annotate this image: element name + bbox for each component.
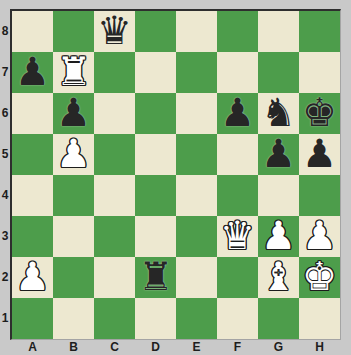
square-g1[interactable]: [258, 298, 299, 339]
rank-label-8: 8: [0, 11, 10, 52]
square-f6[interactable]: ♟: [217, 93, 258, 134]
square-h8[interactable]: [299, 11, 340, 52]
square-d5[interactable]: [135, 134, 176, 175]
square-f5[interactable]: [217, 134, 258, 175]
square-f1[interactable]: [217, 298, 258, 339]
square-d1[interactable]: [135, 298, 176, 339]
square-a8[interactable]: [12, 11, 53, 52]
square-e3[interactable]: [176, 216, 217, 257]
white-pawn[interactable]: ♟: [56, 134, 91, 174]
square-f8[interactable]: [217, 11, 258, 52]
white-queen[interactable]: ♛: [220, 216, 255, 256]
file-labels: ABCDEFGH: [12, 339, 340, 355]
square-c6[interactable]: [94, 93, 135, 134]
square-a1[interactable]: [12, 298, 53, 339]
square-c1[interactable]: [94, 298, 135, 339]
rank-label-5: 5: [0, 134, 10, 175]
square-b2[interactable]: [53, 257, 94, 298]
square-c8[interactable]: ♛: [94, 11, 135, 52]
square-b8[interactable]: [53, 11, 94, 52]
square-d3[interactable]: [135, 216, 176, 257]
square-g8[interactable]: [258, 11, 299, 52]
square-c4[interactable]: [94, 175, 135, 216]
square-a3[interactable]: [12, 216, 53, 257]
rank-label-4: 4: [0, 175, 10, 216]
white-bishop[interactable]: ♝: [261, 257, 296, 297]
square-g5[interactable]: ♟: [258, 134, 299, 175]
rank-label-6: 6: [0, 93, 10, 134]
square-f7[interactable]: [217, 52, 258, 93]
black-queen[interactable]: ♛: [97, 11, 132, 51]
square-a2[interactable]: ♟: [12, 257, 53, 298]
square-e4[interactable]: [176, 175, 217, 216]
rank-label-1: 1: [0, 298, 10, 339]
square-h5[interactable]: ♟: [299, 134, 340, 175]
square-g3[interactable]: ♟: [258, 216, 299, 257]
square-g4[interactable]: [258, 175, 299, 216]
rank-label-2: 2: [0, 257, 10, 298]
square-c3[interactable]: [94, 216, 135, 257]
square-a5[interactable]: [12, 134, 53, 175]
square-e1[interactable]: [176, 298, 217, 339]
square-g2[interactable]: ♝: [258, 257, 299, 298]
square-h3[interactable]: ♟: [299, 216, 340, 257]
file-label-d: D: [135, 339, 176, 355]
white-king[interactable]: ♚: [302, 257, 337, 297]
black-pawn[interactable]: ♟: [302, 134, 337, 174]
white-pawn[interactable]: ♟: [261, 216, 296, 256]
square-b6[interactable]: ♟: [53, 93, 94, 134]
square-d2[interactable]: ♜: [135, 257, 176, 298]
square-e6[interactable]: [176, 93, 217, 134]
square-b3[interactable]: [53, 216, 94, 257]
black-king[interactable]: ♚: [302, 93, 337, 133]
square-d6[interactable]: [135, 93, 176, 134]
square-e8[interactable]: [176, 11, 217, 52]
black-pawn[interactable]: ♟: [56, 93, 91, 133]
square-a7[interactable]: ♟: [12, 52, 53, 93]
square-h1[interactable]: [299, 298, 340, 339]
chess-board[interactable]: ♛♟♜♟♟♞♚♟♟♟♛♟♟♟♜♝♚: [10, 9, 341, 340]
rank-label-7: 7: [0, 52, 10, 93]
square-b4[interactable]: [53, 175, 94, 216]
black-pawn[interactable]: ♟: [15, 52, 50, 92]
square-c7[interactable]: [94, 52, 135, 93]
square-c5[interactable]: [94, 134, 135, 175]
square-e5[interactable]: [176, 134, 217, 175]
square-f2[interactable]: [217, 257, 258, 298]
square-h4[interactable]: [299, 175, 340, 216]
chess-diagram: 87654321 ♛♟♜♟♟♞♚♟♟♟♛♟♟♟♜♝♚ ABCDEFGH: [0, 0, 351, 355]
square-h2[interactable]: ♚: [299, 257, 340, 298]
square-b5[interactable]: ♟: [53, 134, 94, 175]
square-e7[interactable]: [176, 52, 217, 93]
black-rook[interactable]: ♜: [138, 257, 173, 297]
file-label-c: C: [94, 339, 135, 355]
white-pawn[interactable]: ♟: [15, 257, 50, 297]
rank-labels: 87654321: [0, 11, 10, 339]
square-a6[interactable]: [12, 93, 53, 134]
white-rook[interactable]: ♜: [56, 52, 91, 92]
file-label-f: F: [217, 339, 258, 355]
file-label-b: B: [53, 339, 94, 355]
square-a4[interactable]: [12, 175, 53, 216]
square-h6[interactable]: ♚: [299, 93, 340, 134]
square-f3[interactable]: ♛: [217, 216, 258, 257]
square-d4[interactable]: [135, 175, 176, 216]
square-c2[interactable]: [94, 257, 135, 298]
file-label-a: A: [12, 339, 53, 355]
black-pawn[interactable]: ♟: [261, 134, 296, 174]
black-pawn[interactable]: ♟: [220, 93, 255, 133]
square-f4[interactable]: [217, 175, 258, 216]
file-label-h: H: [299, 339, 340, 355]
rank-label-3: 3: [0, 216, 10, 257]
square-h7[interactable]: [299, 52, 340, 93]
file-label-g: G: [258, 339, 299, 355]
file-label-e: E: [176, 339, 217, 355]
square-g6[interactable]: ♞: [258, 93, 299, 134]
square-g7[interactable]: [258, 52, 299, 93]
square-b7[interactable]: ♜: [53, 52, 94, 93]
black-knight[interactable]: ♞: [261, 93, 296, 133]
square-e2[interactable]: [176, 257, 217, 298]
square-d7[interactable]: [135, 52, 176, 93]
square-b1[interactable]: [53, 298, 94, 339]
white-pawn[interactable]: ♟: [302, 216, 337, 256]
square-d8[interactable]: [135, 11, 176, 52]
